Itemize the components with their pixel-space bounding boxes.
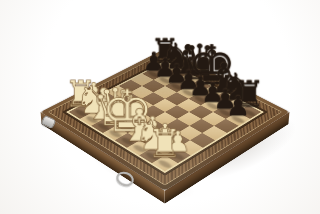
piece-glyph: ♜: [130, 124, 199, 163]
board-case: ♜♞♝♛♚♝♞♜♟♟♟♟♟♟♟♟♟♟♟♟♟♟♟♟♜♞♝♛♚♝♞♜: [41, 49, 290, 191]
piece-glyph: ♟: [206, 92, 271, 119]
chess-set-3d: ♜♞♝♛♚♝♞♜♟♟♟♟♟♟♟♟♟♟♟♟♟♟♟♟♜♞♝♛♚♝♞♜: [41, 49, 290, 191]
product-photo: ♜♞♝♛♚♝♞♜♟♟♟♟♟♟♟♟♟♟♟♟♟♟♟♟♜♞♝♛♚♝♞♜: [0, 0, 320, 214]
